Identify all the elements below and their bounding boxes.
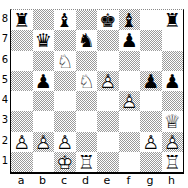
black-queen-glyph: ♛	[35, 29, 52, 51]
square-b2[interactable]: ♟♙	[33, 132, 55, 152]
file-label-g: g	[139, 173, 161, 188]
square-b4[interactable]	[33, 91, 55, 111]
piece-black-pawn: ♟	[140, 71, 161, 91]
rank-label-3: 3	[0, 110, 8, 130]
white-knight-glyph: ♘	[56, 50, 73, 72]
square-a2[interactable]: ♟♙	[11, 132, 33, 152]
file-label-c: c	[53, 173, 75, 188]
piece-white-queen: ♛♕	[162, 111, 183, 131]
piece-black-pawn: ♟	[33, 71, 54, 91]
square-h1[interactable]: ♜♖	[162, 152, 184, 172]
file-label-f: f	[118, 173, 140, 188]
square-g4[interactable]	[140, 91, 162, 111]
piece-black-knight: ♞	[76, 30, 97, 50]
white-rook-glyph: ♖	[164, 151, 181, 173]
square-a3[interactable]	[11, 111, 33, 131]
rank-label-8: 8	[0, 9, 8, 29]
black-pawn-glyph: ♟	[164, 70, 181, 92]
piece-white-pawn: ♟♙	[140, 132, 161, 152]
black-rook-glyph: ♜	[13, 9, 30, 31]
square-e3[interactable]	[97, 111, 119, 131]
white-rook-glyph: ♖	[78, 151, 95, 173]
square-h4[interactable]	[162, 91, 184, 111]
piece-white-pawn: ♟♙	[119, 91, 140, 111]
square-a6[interactable]	[11, 51, 33, 71]
piece-white-pawn: ♟♙	[97, 71, 118, 91]
square-d7[interactable]: ♞	[76, 30, 98, 50]
square-a5[interactable]	[11, 71, 33, 91]
square-d1[interactable]: ♜♖	[76, 152, 98, 172]
rank-label-6: 6	[0, 50, 8, 70]
black-rook-glyph: ♜	[164, 9, 181, 31]
square-g2[interactable]: ♟♙	[140, 132, 162, 152]
white-pawn-glyph: ♙	[99, 70, 116, 92]
square-f1[interactable]	[119, 152, 141, 172]
square-c4[interactable]	[54, 91, 76, 111]
piece-white-knight: ♞♘	[54, 51, 75, 71]
file-label-d: d	[75, 173, 97, 188]
square-g3[interactable]	[140, 111, 162, 131]
square-f7[interactable]: ♟	[119, 30, 141, 50]
black-king-glyph: ♚	[99, 9, 116, 31]
square-e2[interactable]	[97, 132, 119, 152]
piece-white-rook: ♜♖	[162, 152, 183, 172]
piece-black-pawn: ♟	[162, 71, 183, 91]
file-label-b: b	[32, 173, 54, 188]
square-e1[interactable]	[97, 152, 119, 172]
square-c7[interactable]	[54, 30, 76, 50]
square-b5[interactable]: ♟	[33, 71, 55, 91]
square-b6[interactable]	[33, 51, 55, 71]
square-a7[interactable]	[11, 30, 33, 50]
black-bishop-glyph: ♝	[56, 9, 73, 31]
piece-white-knight: ♞♘	[76, 71, 97, 91]
square-d3[interactable]	[76, 111, 98, 131]
chess-board: ♜♝♚♝♜♛♞♟♞♘♟♞♘♟♙♟♟♟♙♛♕♟♙♟♙♟♙♟♙♟♙♚♔♜♖♜♖	[10, 9, 184, 174]
square-a4[interactable]	[11, 91, 33, 111]
piece-white-pawn: ♟♙	[33, 132, 54, 152]
square-h5[interactable]: ♟	[162, 71, 184, 91]
square-e4[interactable]	[97, 91, 119, 111]
rank-label-1: 1	[0, 151, 8, 171]
square-b1[interactable]	[33, 152, 55, 172]
rank-label-4: 4	[0, 90, 8, 110]
white-pawn-glyph: ♙	[56, 131, 73, 153]
square-c2[interactable]: ♟♙	[54, 132, 76, 152]
black-pawn-glyph: ♟	[142, 70, 159, 92]
square-d5[interactable]: ♞♘	[76, 71, 98, 91]
square-b7[interactable]: ♛	[33, 30, 55, 50]
piece-black-rook: ♜	[11, 10, 32, 30]
square-f6[interactable]	[119, 51, 141, 71]
square-c8[interactable]: ♝	[54, 10, 76, 30]
square-f8[interactable]: ♝	[119, 10, 141, 30]
square-h7[interactable]	[162, 30, 184, 50]
square-g7[interactable]	[140, 30, 162, 50]
square-h8[interactable]: ♜	[162, 10, 184, 30]
square-h2[interactable]: ♟♙	[162, 132, 184, 152]
square-e5[interactable]: ♟♙	[97, 71, 119, 91]
square-b8[interactable]	[33, 10, 55, 30]
piece-white-king: ♚♔	[54, 152, 75, 172]
square-e7[interactable]	[97, 30, 119, 50]
white-pawn-glyph: ♙	[121, 90, 138, 112]
square-c5[interactable]	[54, 71, 76, 91]
rank-label-7: 7	[0, 29, 8, 49]
white-knight-glyph: ♘	[78, 70, 95, 92]
black-pawn-glyph: ♟	[35, 70, 52, 92]
piece-black-bishop: ♝	[119, 10, 140, 30]
square-a8[interactable]: ♜	[11, 10, 33, 30]
square-c3[interactable]	[54, 111, 76, 131]
white-king-glyph: ♔	[56, 151, 73, 173]
square-c6[interactable]: ♞♘	[54, 51, 76, 71]
white-pawn-glyph: ♙	[13, 131, 30, 153]
square-d2[interactable]	[76, 132, 98, 152]
piece-black-bishop: ♝	[54, 10, 75, 30]
file-label-h: h	[161, 173, 183, 188]
rank-label-5: 5	[0, 70, 8, 90]
white-queen-glyph: ♕	[164, 110, 181, 132]
square-g5[interactable]: ♟	[140, 71, 162, 91]
piece-white-pawn: ♟♙	[54, 132, 75, 152]
square-f5[interactable]	[119, 71, 141, 91]
file-label-a: a	[10, 173, 32, 188]
square-f4[interactable]: ♟♙	[119, 91, 141, 111]
piece-white-rook: ♜♖	[76, 152, 97, 172]
square-h6[interactable]	[162, 51, 184, 71]
square-d8[interactable]	[76, 10, 98, 30]
square-c1[interactable]: ♚♔	[54, 152, 76, 172]
piece-black-pawn: ♟	[119, 30, 140, 50]
square-g8[interactable]	[140, 10, 162, 30]
piece-white-pawn: ♟♙	[162, 132, 183, 152]
square-b3[interactable]	[33, 111, 55, 131]
square-h3[interactable]: ♛♕	[162, 111, 184, 131]
square-f3[interactable]	[119, 111, 141, 131]
file-label-e: e	[96, 173, 118, 188]
black-bishop-glyph: ♝	[121, 9, 138, 31]
black-knight-glyph: ♞	[78, 29, 95, 51]
piece-black-queen: ♛	[33, 30, 54, 50]
square-d6[interactable]	[76, 51, 98, 71]
piece-black-king: ♚	[97, 10, 118, 30]
white-pawn-glyph: ♙	[164, 131, 181, 153]
chess-diagram: ♜♝♚♝♜♛♞♟♞♘♟♞♘♟♙♟♟♟♙♛♕♟♙♟♙♟♙♟♙♟♙♚♔♜♖♜♖ 87…	[0, 0, 188, 188]
white-pawn-glyph: ♙	[35, 131, 52, 153]
square-f2[interactable]	[119, 132, 141, 152]
piece-white-pawn: ♟♙	[11, 132, 32, 152]
square-a1[interactable]	[11, 152, 33, 172]
rank-label-2: 2	[0, 131, 8, 151]
white-pawn-glyph: ♙	[142, 131, 159, 153]
black-pawn-glyph: ♟	[121, 29, 138, 51]
square-e6[interactable]	[97, 51, 119, 71]
square-g6[interactable]	[140, 51, 162, 71]
square-d4[interactable]	[76, 91, 98, 111]
piece-black-rook: ♜	[162, 10, 183, 30]
square-g1[interactable]	[140, 152, 162, 172]
square-e8[interactable]: ♚	[97, 10, 119, 30]
